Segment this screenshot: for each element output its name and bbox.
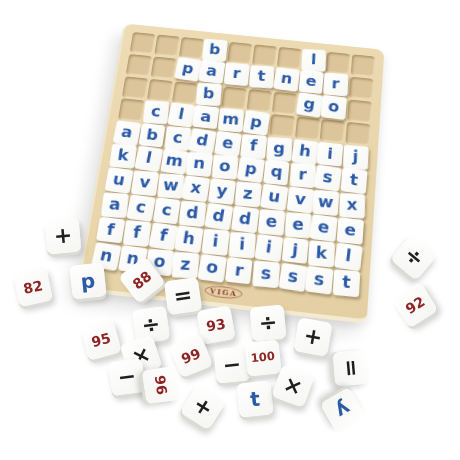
loose-letter-tile-p[interactable]: p xyxy=(69,262,106,299)
product-scene: blpartnerbgoclampabcdefghijklmnopqrstuvw… xyxy=(0,0,460,460)
loose-symbol-tile-+[interactable]: + xyxy=(293,317,332,356)
loose-letter-tile-t[interactable]: t xyxy=(236,380,273,417)
loose-letter-tile-y[interactable]: y xyxy=(320,387,366,433)
loose-number-tile-82[interactable]: 82 xyxy=(13,267,53,307)
loose-symbol-tile-=[interactable]: = xyxy=(333,350,370,387)
loose-symbol-tile-÷[interactable]: ÷ xyxy=(250,305,287,342)
loose-number-tile-96[interactable]: 96 xyxy=(142,366,180,404)
loose-number-tile-92[interactable]: 92 xyxy=(392,282,439,329)
loose-number-tile-95[interactable]: 95 xyxy=(80,319,122,361)
loose-symbol-tile-+[interactable]: + xyxy=(45,218,82,255)
loose-tiles-layer: +82p88=÷93÷95×−99−10096+t×+=y÷92 xyxy=(0,0,460,460)
loose-symbol-tile-÷[interactable]: ÷ xyxy=(390,233,438,281)
loose-symbol-tile-+[interactable]: + xyxy=(180,384,227,431)
loose-symbol-tile-=[interactable]: = xyxy=(164,277,202,315)
loose-number-tile-100[interactable]: 100 xyxy=(244,339,281,376)
loose-number-tile-88[interactable]: 88 xyxy=(118,256,166,304)
loose-symbol-tile-−[interactable]: − xyxy=(108,358,146,396)
